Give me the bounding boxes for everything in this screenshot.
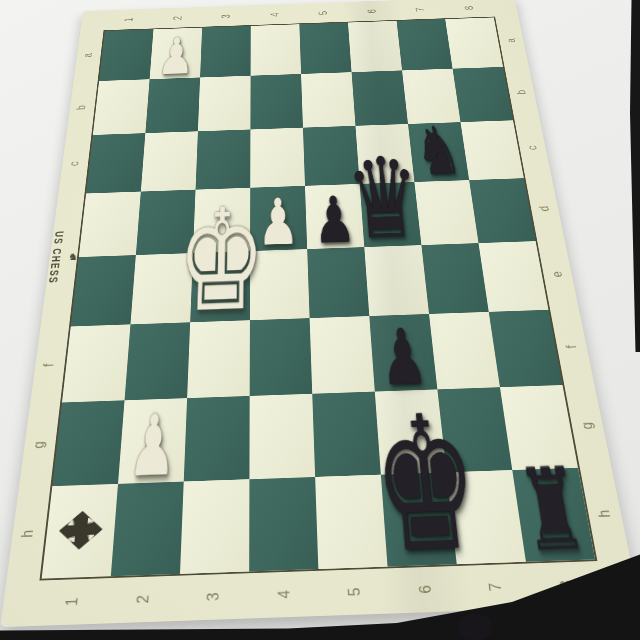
square-e8 xyxy=(479,241,549,312)
square-b5 xyxy=(301,72,355,127)
square-d1 xyxy=(79,192,141,258)
square-g3 xyxy=(184,396,250,482)
square-h6: ♚ xyxy=(381,472,457,566)
black-pawn-f6: ♟ xyxy=(378,326,428,388)
square-g8 xyxy=(500,385,578,470)
photo-canvas: 12345678 12345678 abcfgh abcdefgh ♞ US C… xyxy=(0,0,640,640)
square-h2 xyxy=(111,482,184,577)
mat-perspective-wrapper: 12345678 12345678 abcfgh abcdefgh ♞ US C… xyxy=(0,0,640,627)
square-b2 xyxy=(145,77,200,133)
square-e1 xyxy=(71,255,136,326)
square-c3 xyxy=(196,129,251,189)
square-a1 xyxy=(99,29,153,81)
square-g2: ♟ xyxy=(118,398,187,484)
square-a4 xyxy=(251,24,301,75)
square-d7 xyxy=(414,180,478,245)
square-f8 xyxy=(489,310,563,387)
square-h4 xyxy=(249,477,318,571)
board: ♟♞♟♟♛♚♟♟♞♞♞♞♚♜ xyxy=(39,17,597,581)
square-f3 xyxy=(187,320,250,398)
square-f7 xyxy=(429,312,500,390)
square-a2: ♟ xyxy=(150,28,203,80)
chess-mat: 12345678 12345678 abcfgh abcdefgh ♞ US C… xyxy=(0,0,640,627)
square-a5 xyxy=(299,23,351,74)
square-f2 xyxy=(125,322,191,400)
corner-emblem-knight-glyph: ♞ xyxy=(81,510,104,530)
black-pawn-d5: ♟ xyxy=(313,194,357,246)
square-g5 xyxy=(312,392,381,477)
square-f6: ♟ xyxy=(369,314,437,392)
square-b8 xyxy=(453,67,513,122)
square-e3: ♚ xyxy=(190,251,250,322)
square-d8 xyxy=(469,178,535,243)
square-b4 xyxy=(250,74,303,130)
square-h1: ♞♞♞♞ xyxy=(42,484,118,579)
corner-emblem-knight-glyph: ♞ xyxy=(57,530,81,550)
square-b6 xyxy=(352,70,408,125)
square-e2 xyxy=(130,253,193,324)
square-e7 xyxy=(421,243,488,314)
square-c2 xyxy=(141,131,198,191)
black-rook-h8: ♜ xyxy=(515,465,591,558)
square-d6: ♛ xyxy=(360,182,422,247)
square-a6 xyxy=(348,21,402,72)
square-g1 xyxy=(52,400,124,486)
black-knight-c7: ♞ xyxy=(413,125,465,179)
square-e4 xyxy=(250,249,310,320)
offboard-piece xyxy=(458,613,492,640)
square-b1 xyxy=(93,79,150,135)
white-pawn-d4: ♟ xyxy=(258,196,300,248)
square-e5 xyxy=(307,247,369,318)
square-b7 xyxy=(402,69,460,124)
square-a3 xyxy=(200,26,251,78)
corner-emblem-knight-glyph: ♞ xyxy=(79,529,103,549)
square-h8: ♜ xyxy=(512,468,595,562)
us-chess-wordmark: US CHESS xyxy=(46,231,66,284)
square-b3 xyxy=(198,76,251,132)
square-c6 xyxy=(355,124,414,184)
square-h5 xyxy=(315,475,387,569)
square-f1 xyxy=(62,324,130,402)
square-f5 xyxy=(310,316,375,394)
corner-emblem-icon: ♞♞♞♞ xyxy=(57,510,104,550)
square-c4 xyxy=(250,128,305,188)
square-g6 xyxy=(375,389,447,474)
corner-emblem-knight-glyph: ♞ xyxy=(59,511,83,531)
table-edge-shadow-right xyxy=(630,0,640,352)
white-pawn-a2: ♟ xyxy=(156,36,195,77)
square-a8 xyxy=(445,17,503,68)
square-h3 xyxy=(180,479,249,574)
white-pawn-g2: ♟ xyxy=(127,411,178,480)
square-c5 xyxy=(303,126,360,186)
square-a7 xyxy=(397,19,453,70)
square-c1 xyxy=(86,133,145,193)
square-g4 xyxy=(249,394,315,480)
square-d2 xyxy=(136,190,196,255)
square-c7: ♞ xyxy=(408,122,469,182)
square-c8 xyxy=(461,120,524,180)
square-d4: ♟ xyxy=(250,186,307,251)
square-d5: ♟ xyxy=(305,184,364,249)
wordmark-tagline-illegible xyxy=(45,247,48,268)
square-e6 xyxy=(364,245,429,316)
square-f4 xyxy=(250,318,313,396)
square-d3 xyxy=(193,188,250,253)
